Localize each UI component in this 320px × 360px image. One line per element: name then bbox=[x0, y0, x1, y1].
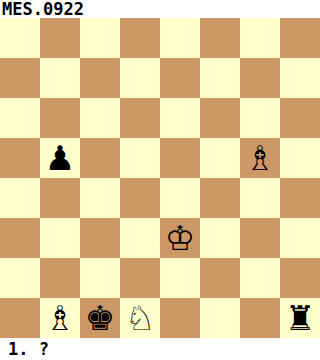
square-d7[interactable] bbox=[120, 58, 160, 98]
square-a4[interactable] bbox=[0, 178, 40, 218]
square-g7[interactable] bbox=[240, 58, 280, 98]
square-c5[interactable] bbox=[80, 138, 120, 178]
square-h2[interactable] bbox=[280, 258, 320, 298]
square-e7[interactable] bbox=[160, 58, 200, 98]
square-g8[interactable] bbox=[240, 18, 280, 58]
square-h8[interactable] bbox=[280, 18, 320, 58]
square-d8[interactable] bbox=[120, 18, 160, 58]
square-c3[interactable] bbox=[80, 218, 120, 258]
square-g3[interactable] bbox=[240, 218, 280, 258]
square-h5[interactable] bbox=[280, 138, 320, 178]
square-f5[interactable] bbox=[200, 138, 240, 178]
square-a1[interactable] bbox=[0, 298, 40, 338]
square-a3[interactable] bbox=[0, 218, 40, 258]
square-c1[interactable]: ♚ bbox=[80, 298, 120, 338]
footer: 1. ? bbox=[0, 338, 320, 360]
square-g1[interactable] bbox=[240, 298, 280, 338]
square-f6[interactable] bbox=[200, 98, 240, 138]
square-g4[interactable] bbox=[240, 178, 280, 218]
square-b6[interactable] bbox=[40, 98, 80, 138]
piece-black-rook: ♜ bbox=[285, 298, 315, 338]
piece-white-bishop: ♗ bbox=[45, 298, 75, 338]
square-a8[interactable] bbox=[0, 18, 40, 58]
square-c7[interactable] bbox=[80, 58, 120, 98]
square-a7[interactable] bbox=[0, 58, 40, 98]
square-b4[interactable] bbox=[40, 178, 80, 218]
square-b8[interactable] bbox=[40, 18, 80, 58]
diagram-title: MES.0922 bbox=[2, 0, 84, 18]
square-b2[interactable] bbox=[40, 258, 80, 298]
square-f3[interactable] bbox=[200, 218, 240, 258]
square-b3[interactable] bbox=[40, 218, 80, 258]
square-d1[interactable]: ♘ bbox=[120, 298, 160, 338]
piece-white-king: ♔ bbox=[165, 218, 195, 258]
square-g2[interactable] bbox=[240, 258, 280, 298]
square-f8[interactable] bbox=[200, 18, 240, 58]
square-e8[interactable] bbox=[160, 18, 200, 58]
square-b7[interactable] bbox=[40, 58, 80, 98]
square-h7[interactable] bbox=[280, 58, 320, 98]
square-c6[interactable] bbox=[80, 98, 120, 138]
square-c2[interactable] bbox=[80, 258, 120, 298]
square-d5[interactable] bbox=[120, 138, 160, 178]
square-d6[interactable] bbox=[120, 98, 160, 138]
square-f7[interactable] bbox=[200, 58, 240, 98]
square-d3[interactable] bbox=[120, 218, 160, 258]
square-b1[interactable]: ♗ bbox=[40, 298, 80, 338]
square-e3[interactable]: ♔ bbox=[160, 218, 200, 258]
title-bar: MES.0922 bbox=[0, 0, 320, 18]
square-h3[interactable] bbox=[280, 218, 320, 258]
square-e5[interactable] bbox=[160, 138, 200, 178]
square-a6[interactable] bbox=[0, 98, 40, 138]
square-f2[interactable] bbox=[200, 258, 240, 298]
square-a2[interactable] bbox=[0, 258, 40, 298]
square-d2[interactable] bbox=[120, 258, 160, 298]
piece-black-king: ♚ bbox=[85, 298, 115, 338]
move-prompt: 1. ? bbox=[8, 339, 49, 359]
piece-white-knight: ♘ bbox=[125, 298, 155, 338]
piece-white-bishop: ♗ bbox=[245, 138, 275, 178]
square-e4[interactable] bbox=[160, 178, 200, 218]
square-c8[interactable] bbox=[80, 18, 120, 58]
square-f4[interactable] bbox=[200, 178, 240, 218]
square-e2[interactable] bbox=[160, 258, 200, 298]
square-b5[interactable]: ♟ bbox=[40, 138, 80, 178]
square-g6[interactable] bbox=[240, 98, 280, 138]
piece-black-pawn: ♟ bbox=[45, 138, 75, 178]
chess-board: ♟♗♔♗♚♘♜ bbox=[0, 18, 320, 338]
square-d4[interactable] bbox=[120, 178, 160, 218]
square-h1[interactable]: ♜ bbox=[280, 298, 320, 338]
square-e1[interactable] bbox=[160, 298, 200, 338]
square-h4[interactable] bbox=[280, 178, 320, 218]
square-a5[interactable] bbox=[0, 138, 40, 178]
square-f1[interactable] bbox=[200, 298, 240, 338]
square-e6[interactable] bbox=[160, 98, 200, 138]
square-c4[interactable] bbox=[80, 178, 120, 218]
square-h6[interactable] bbox=[280, 98, 320, 138]
square-g5[interactable]: ♗ bbox=[240, 138, 280, 178]
